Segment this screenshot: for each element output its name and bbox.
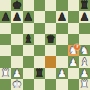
square-g7[interactable] bbox=[68, 11, 79, 22]
white-rook-a2[interactable]: ♜ bbox=[1, 67, 10, 78]
black-pawn-c7[interactable]: ♟ bbox=[23, 11, 32, 22]
square-h7[interactable]: ♟ bbox=[79, 11, 90, 22]
square-b1[interactable]: ♚ bbox=[11, 79, 22, 90]
move-classification-badge: ? bbox=[74, 44, 80, 50]
square-a2[interactable]: ♜ bbox=[0, 68, 11, 79]
square-f6[interactable] bbox=[56, 23, 67, 34]
square-f2[interactable]: ♟ bbox=[56, 68, 67, 79]
square-c2[interactable] bbox=[23, 68, 34, 79]
white-knight-h4[interactable]: ♞ bbox=[80, 45, 89, 56]
white-pawn-b2[interactable]: ♟ bbox=[12, 67, 21, 78]
black-queen-e5[interactable]: ♛ bbox=[46, 34, 55, 45]
black-king-b8[interactable]: ♚ bbox=[12, 0, 21, 10]
square-f7[interactable]: ♟ bbox=[56, 11, 67, 22]
square-d4[interactable] bbox=[34, 45, 45, 56]
square-e5[interactable]: ♛ bbox=[45, 34, 56, 45]
square-g3[interactable]: ♟ bbox=[68, 56, 79, 67]
square-b6[interactable] bbox=[11, 23, 22, 34]
square-e3[interactable] bbox=[45, 56, 56, 67]
square-a5[interactable] bbox=[0, 34, 11, 45]
square-f4[interactable] bbox=[56, 45, 67, 56]
square-c4[interactable] bbox=[23, 45, 34, 56]
square-c7[interactable]: ♟ bbox=[23, 11, 34, 22]
square-d2[interactable]: ♜ bbox=[34, 68, 45, 79]
square-a7[interactable]: ♟ bbox=[0, 11, 11, 22]
square-h6[interactable] bbox=[79, 23, 90, 34]
square-h1[interactable]: ♜ bbox=[79, 79, 90, 90]
square-c5[interactable]: ♝ bbox=[23, 34, 34, 45]
square-c3[interactable] bbox=[23, 56, 34, 67]
black-pawn-f7[interactable]: ♟ bbox=[57, 11, 66, 22]
square-b4[interactable] bbox=[11, 45, 22, 56]
square-a6[interactable] bbox=[0, 23, 11, 34]
square-g8[interactable] bbox=[68, 0, 79, 11]
black-pawn-b7[interactable]: ♟ bbox=[12, 11, 21, 22]
square-g1[interactable] bbox=[68, 79, 79, 90]
white-pawn-f2[interactable]: ♟ bbox=[57, 67, 66, 78]
square-a4[interactable] bbox=[0, 45, 11, 56]
black-rook-h8[interactable]: ♜ bbox=[80, 0, 89, 10]
square-g2[interactable] bbox=[68, 68, 79, 79]
square-c1[interactable] bbox=[23, 79, 34, 90]
square-e4[interactable] bbox=[45, 45, 56, 56]
square-f1[interactable] bbox=[56, 79, 67, 90]
square-e2[interactable] bbox=[45, 68, 56, 79]
square-e7[interactable] bbox=[45, 11, 56, 22]
white-rook-h1[interactable]: ♜ bbox=[80, 79, 89, 90]
square-a1[interactable] bbox=[0, 79, 11, 90]
white-pawn-g3[interactable]: ♟ bbox=[68, 56, 77, 67]
white-king-b1[interactable]: ♚ bbox=[12, 79, 21, 90]
black-pawn-h7[interactable]: ♟ bbox=[80, 11, 89, 22]
black-pawn-a7[interactable]: ♟ bbox=[1, 11, 10, 22]
square-e8[interactable] bbox=[45, 0, 56, 11]
square-d7[interactable] bbox=[34, 11, 45, 22]
white-bishop-h3[interactable]: ♝ bbox=[80, 56, 89, 67]
black-bishop-c5[interactable]: ♝ bbox=[23, 34, 32, 45]
square-e1[interactable] bbox=[45, 79, 56, 90]
square-d6[interactable] bbox=[34, 23, 45, 34]
square-d8[interactable] bbox=[34, 0, 45, 11]
square-d5[interactable] bbox=[34, 34, 45, 45]
square-b5[interactable] bbox=[11, 34, 22, 45]
square-g6[interactable] bbox=[68, 23, 79, 34]
square-b7[interactable]: ♟ bbox=[11, 11, 22, 22]
square-d1[interactable] bbox=[34, 79, 45, 90]
black-rook-d2[interactable]: ♜ bbox=[35, 67, 44, 78]
square-f5[interactable] bbox=[56, 34, 67, 45]
chess-board: ♚♜♟♟♟♟♟♝♛♞♞♟♝♜♟♜♟♟♚♜ ? bbox=[0, 0, 90, 90]
white-pawn-h2[interactable]: ♟ bbox=[80, 67, 89, 78]
